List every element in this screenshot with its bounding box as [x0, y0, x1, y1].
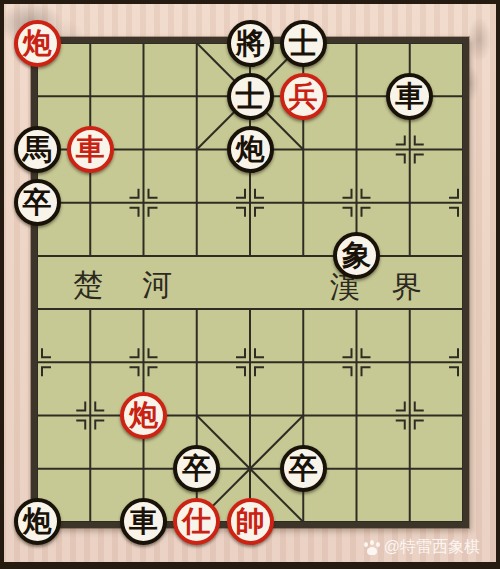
piece-character: 象: [337, 236, 376, 275]
piece-black-advisor-c4r1[interactable]: 士: [227, 73, 274, 120]
piece-character: 車: [124, 502, 163, 541]
piece-red-general-c4r9[interactable]: 帥: [227, 498, 274, 545]
piece-character: 車: [71, 130, 110, 169]
piece-black-soldier-c5r8[interactable]: 卒: [280, 445, 327, 492]
river-label-1: 河: [142, 265, 172, 306]
piece-red-advisor-c3r9[interactable]: 仕: [173, 498, 220, 545]
piece-character: 帥: [231, 502, 270, 541]
piece-character: 卒: [18, 183, 57, 222]
piece-character: 卒: [284, 449, 323, 488]
piece-black-soldier-c3r8[interactable]: 卒: [173, 445, 220, 492]
piece-black-cannon-c0r9[interactable]: 炮: [14, 498, 61, 545]
piece-character: 炮: [18, 24, 57, 63]
piece-black-chariot-c7r1[interactable]: 車: [386, 73, 433, 120]
piece-black-horse-c0r2[interactable]: 馬: [14, 126, 61, 173]
piece-character: 將: [231, 24, 270, 63]
piece-red-chariot-c1r2[interactable]: 車: [67, 126, 114, 173]
piece-character: 炮: [18, 502, 57, 541]
piece-character: 卒: [177, 449, 216, 488]
piece-black-general-c4r0[interactable]: 將: [227, 20, 274, 67]
piece-character: 仕: [177, 502, 216, 541]
piece-character: 炮: [124, 396, 163, 435]
piece-black-elephant-c6r4[interactable]: 象: [333, 232, 380, 279]
river-label-0: 楚: [73, 265, 103, 306]
piece-black-chariot-c2r9[interactable]: 車: [120, 498, 167, 545]
watermark: @特雷西象棋: [364, 537, 480, 557]
piece-black-cannon-c4r2[interactable]: 炮: [227, 126, 274, 173]
xiangqi-app-window: 楚河漢界 炮將士士兵車馬車炮卒象炮卒卒炮車仕帥 @特雷西象棋: [0, 0, 500, 569]
piece-character: 兵: [284, 77, 323, 116]
piece-black-soldier-c0r3[interactable]: 卒: [14, 179, 61, 226]
piece-red-soldier-c5r1[interactable]: 兵: [280, 73, 327, 120]
piece-character: 士: [284, 24, 323, 63]
piece-red-cannon-c2r7[interactable]: 炮: [120, 392, 167, 439]
river-label-3: 界: [392, 267, 422, 308]
paw-icon: [364, 540, 380, 555]
piece-character: 士: [231, 77, 270, 116]
piece-character: 馬: [18, 130, 57, 169]
piece-character: 炮: [231, 130, 270, 169]
piece-black-advisor-c5r0[interactable]: 士: [280, 20, 327, 67]
watermark-handle: @特雷西象棋: [384, 537, 480, 558]
piece-character: 車: [390, 77, 429, 116]
piece-red-cannon-c0r0[interactable]: 炮: [14, 20, 61, 67]
